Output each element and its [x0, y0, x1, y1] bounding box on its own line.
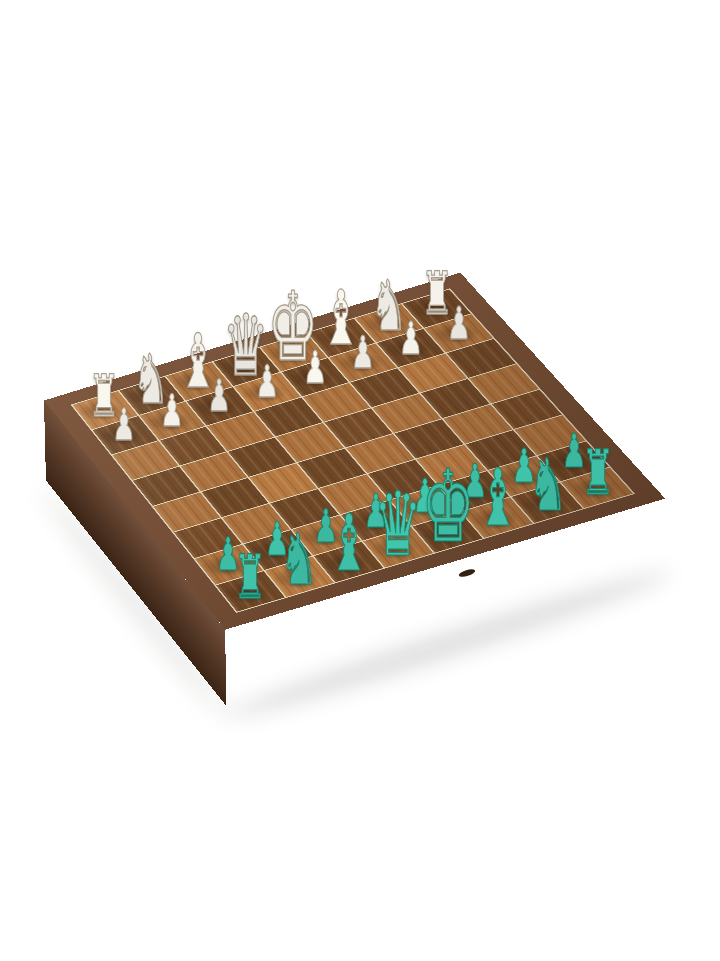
- piece-green-knight-b1[interactable]: ♞: [280, 524, 318, 595]
- piece-white-pawn-d7[interactable]: ♟: [255, 360, 279, 405]
- piece-green-rook-h1[interactable]: ♜: [581, 442, 614, 504]
- piece-white-pawn-e7[interactable]: ♟: [303, 345, 327, 390]
- piece-white-pawn-f7[interactable]: ♟: [351, 330, 375, 375]
- piece-white-pawn-h7[interactable]: ♟: [447, 301, 471, 346]
- piece-green-bishop-f1[interactable]: ♝: [477, 459, 519, 538]
- piece-white-pawn-a7[interactable]: ♟: [112, 404, 136, 448]
- pieces-layer: ♜♞♟♝♟♚♟♛♟♝♟♞♟♜♟♟♟♟♜♟♞♟♝♟♚♟♛♟♝♟♞♜: [0, 0, 720, 961]
- piece-green-queen-d1[interactable]: ♛: [374, 481, 422, 570]
- piece-green-rook-a1[interactable]: ♜: [234, 547, 267, 608]
- piece-green-king-e1[interactable]: ♚: [421, 457, 475, 557]
- piece-white-pawn-g7[interactable]: ♟: [399, 315, 423, 360]
- chess-set-photo: ♜♞♟♝♟♚♟♛♟♝♟♞♟♜♟♟♟♟♜♟♞♟♝♟♚♟♛♟♝♟♞♜: [0, 0, 720, 961]
- piece-white-pawn-c7[interactable]: ♟: [207, 374, 231, 419]
- piece-white-pawn-b7[interactable]: ♟: [160, 389, 184, 434]
- piece-green-bishop-c1[interactable]: ♝: [328, 504, 370, 582]
- piece-green-knight-g1[interactable]: ♞: [528, 449, 567, 522]
